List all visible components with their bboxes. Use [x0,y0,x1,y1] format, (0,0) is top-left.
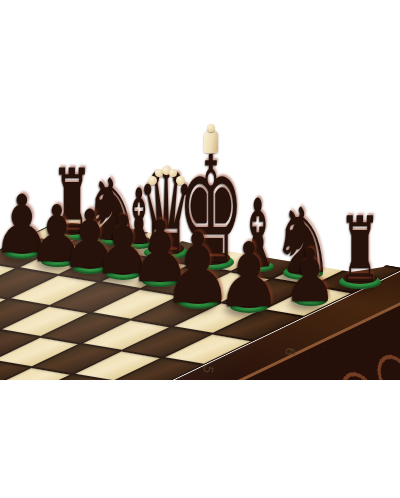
queen-crown-ball [169,169,177,177]
black-pawn-icon: ♟ [283,239,337,312]
queen-crown-ball [148,176,157,185]
king-crown-finial [204,130,218,153]
chess-set-photo: 6 5 ♜♞♝♛♚♝♞♜♟♟♟♟♟♟♟♟ [0,0,400,498]
king-finial-knob [207,124,215,132]
pieces-layer: ♜♞♝♛♚♝♞♜♟♟♟♟♟♟♟♟ [0,0,400,498]
black-pawn-icon: ♟ [216,231,281,320]
black-rook-icon: ♜ [339,205,381,295]
